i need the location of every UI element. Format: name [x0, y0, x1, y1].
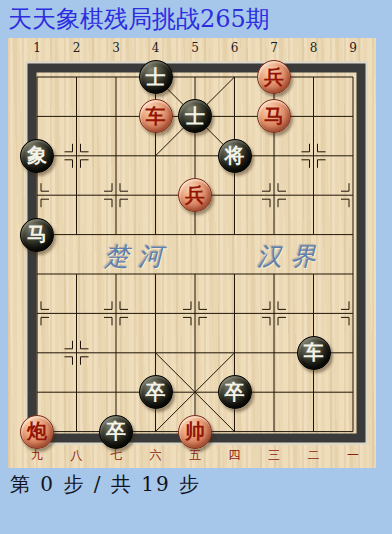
point-marker	[199, 301, 207, 309]
piece-black-soldier[interactable]: 卒	[139, 375, 173, 409]
point-marker	[318, 160, 326, 168]
point-marker	[302, 144, 310, 152]
point-marker	[65, 341, 73, 349]
piece-black-chariot[interactable]: 车	[297, 336, 331, 370]
piece-black-elephant[interactable]: 象	[20, 139, 54, 173]
file-label-top-6: 6	[220, 41, 250, 55]
point-marker	[120, 183, 128, 191]
file-label-bottom-8: 二	[299, 448, 329, 462]
point-marker	[41, 301, 49, 309]
page-title: 天天象棋残局挑战265期	[8, 5, 270, 33]
piece-black-general[interactable]: 将	[218, 139, 252, 173]
point-marker	[65, 144, 73, 152]
file-label-bottom-6: 四	[220, 448, 250, 462]
piece-black-advisor[interactable]: 士	[139, 60, 173, 94]
point-marker	[278, 301, 286, 309]
point-marker	[278, 183, 286, 191]
file-label-top-8: 8	[299, 41, 329, 55]
point-marker	[262, 183, 270, 191]
file-label-bottom-5: 五	[180, 448, 210, 462]
point-marker	[81, 341, 89, 349]
point-marker	[65, 357, 73, 365]
piece-black-soldier[interactable]: 卒	[218, 375, 252, 409]
point-marker	[41, 199, 49, 207]
move-counter: 第 0 步 / 共 19 步	[10, 471, 201, 498]
piece-red-chariot[interactable]: 车	[139, 99, 173, 133]
point-marker	[104, 199, 112, 207]
point-marker	[341, 199, 349, 207]
file-label-bottom-7: 三	[259, 448, 289, 462]
point-marker	[120, 301, 128, 309]
point-marker	[278, 199, 286, 207]
point-marker	[120, 199, 128, 207]
point-marker	[341, 301, 349, 309]
point-marker	[341, 317, 349, 325]
app-window: 天天象棋残局挑战265期 123456789 楚河 汉界 士兵车士马象将兵马车卒…	[0, 0, 392, 534]
point-marker	[262, 199, 270, 207]
file-label-top-1: 1	[22, 41, 52, 55]
file-label-bottom-1: 九	[22, 448, 52, 462]
point-marker	[81, 144, 89, 152]
file-label-bottom-9: 一	[338, 448, 368, 462]
file-label-top-5: 5	[180, 41, 210, 55]
point-marker	[41, 183, 49, 191]
point-marker	[262, 301, 270, 309]
point-marker	[65, 160, 73, 168]
point-marker	[81, 160, 89, 168]
point-marker	[302, 160, 310, 168]
file-label-bottom-4: 六	[141, 448, 171, 462]
point-marker	[41, 317, 49, 325]
point-marker	[104, 183, 112, 191]
point-marker	[278, 317, 286, 325]
piece-black-horse[interactable]: 马	[20, 218, 54, 252]
piece-red-soldier[interactable]: 兵	[178, 178, 212, 212]
point-marker	[262, 317, 270, 325]
point-marker	[120, 317, 128, 325]
piece-red-soldier[interactable]: 兵	[257, 60, 291, 94]
piece-red-cannon[interactable]: 炮	[20, 415, 54, 449]
file-label-top-3: 3	[101, 41, 131, 55]
file-label-bottom-3: 七	[101, 448, 131, 462]
file-label-top-9: 9	[338, 41, 368, 55]
river-text-chu-he: 楚河	[104, 240, 172, 273]
point-marker	[104, 301, 112, 309]
file-label-top-7: 7	[259, 41, 289, 55]
river-text-han-jie: 汉界	[257, 240, 325, 273]
point-marker	[199, 317, 207, 325]
point-marker	[318, 144, 326, 152]
point-marker	[104, 317, 112, 325]
point-marker	[183, 317, 191, 325]
piece-black-soldier[interactable]: 卒	[99, 415, 133, 449]
point-marker	[81, 357, 89, 365]
file-label-top-2: 2	[62, 41, 92, 55]
xiangqi-board: 123456789 楚河 汉界 士兵车士马象将兵马车卒卒炮卒帅 九八七六五四三二…	[8, 38, 376, 468]
point-marker	[183, 301, 191, 309]
file-label-bottom-2: 八	[62, 448, 92, 462]
piece-red-general[interactable]: 帅	[178, 415, 212, 449]
file-label-top-4: 4	[141, 41, 171, 55]
point-marker	[341, 183, 349, 191]
